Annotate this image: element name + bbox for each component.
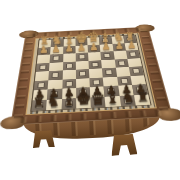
square-e8: ♚ [76,97,91,108]
square-c8: ♝ [105,96,121,107]
square-h5 [35,71,49,81]
square-a4 [127,58,142,67]
square-g8: ♞ [46,99,61,110]
piece-black-pawn: ♟ [119,83,134,95]
square-h6 [34,80,49,90]
square-g6 [48,79,62,89]
mosaic-border: ♜♞♝♚♛♝♞♜♟♟♟♟♟♟♟♟♟♟♟♟♟♟♟♟♜♞♝♚♛♝♞♜ [25,33,156,115]
piece-black-pawn: ♟ [104,84,119,96]
piece-white-rook: ♜ [38,36,51,47]
square-e4 [76,61,89,70]
carved-chess-table: ♜♞♝♚♛♝♞♜♟♟♟♟♟♟♟♟♟♟♟♟♟♟♟♟♜♞♝♚♛♝♞♜ [10,27,173,126]
square-f6 [62,79,76,89]
perspective-scene: ♜♞♝♚♛♝♞♜♟♟♟♟♟♟♟♟♟♟♟♟♟♟♟♟♜♞♝♚♛♝♞♜ [0,0,180,180]
square-f8: ♝ [61,98,76,109]
square-g5 [49,70,63,80]
piece-black-pawn: ♟ [61,86,76,98]
piece-black-pawn: ♟ [75,85,90,97]
piece-black-pawn: ♟ [32,87,47,99]
square-f5 [62,70,76,80]
square-a8: ♜ [134,94,151,105]
piece-black-pawn: ♟ [47,87,62,99]
piece-black-pawn: ♟ [90,84,105,96]
piece-black-pawn: ♟ [133,82,148,94]
chess-set-photo: ♜♞♝♚♛♝♞♜♟♟♟♟♟♟♟♟♟♟♟♟♟♟♟♟♜♞♝♚♛♝♞♜ [0,0,180,180]
chess-board: ♜♞♝♚♛♝♞♜♟♟♟♟♟♟♟♟♟♟♟♟♟♟♟♟♜♞♝♚♛♝♞♜ [32,35,151,111]
square-d4 [88,60,102,69]
photo-rotation-wrap: ♜♞♝♚♛♝♞♜♟♟♟♟♟♟♟♟♟♟♟♟♟♟♟♟♜♞♝♚♛♝♞♜ [0,0,180,180]
square-c6 [103,76,118,86]
piece-white-rook: ♜ [124,31,137,42]
square-h8: ♜ [32,100,48,111]
square-g4 [49,62,62,71]
square-f4 [62,61,75,70]
square-d8: ♛ [90,96,105,107]
